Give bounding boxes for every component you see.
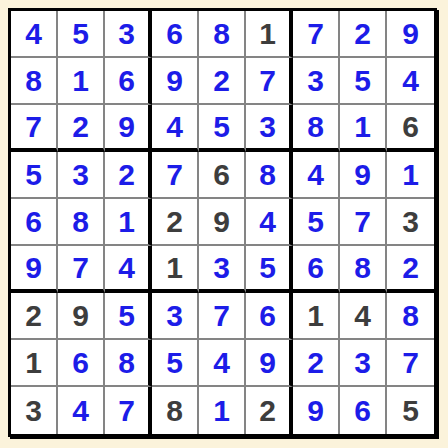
cell-r7c3[interactable]: 5	[105, 293, 152, 340]
cell-r9c2[interactable]: 4	[58, 387, 105, 434]
cell-r2c1[interactable]: 8	[11, 58, 58, 105]
cell-r4c6[interactable]: 8	[246, 152, 293, 199]
cell-r5c7[interactable]: 5	[293, 199, 340, 246]
cell-r2c6[interactable]: 7	[246, 58, 293, 105]
cell-r7c2[interactable]: 9	[58, 293, 105, 340]
cell-r4c1[interactable]: 5	[11, 152, 58, 199]
cell-r9c3[interactable]: 7	[105, 387, 152, 434]
cell-r9c7[interactable]: 9	[293, 387, 340, 434]
cell-r4c2[interactable]: 3	[58, 152, 105, 199]
cell-r5c8[interactable]: 7	[340, 199, 387, 246]
cell-r2c4[interactable]: 9	[152, 58, 199, 105]
cell-r3c6[interactable]: 3	[246, 105, 293, 152]
cell-r2c8[interactable]: 5	[340, 58, 387, 105]
cell-r3c9[interactable]: 6	[387, 105, 434, 152]
cell-r6c1[interactable]: 9	[11, 246, 58, 293]
cell-r2c2[interactable]: 1	[58, 58, 105, 105]
cell-r5c2[interactable]: 8	[58, 199, 105, 246]
cell-r8c9[interactable]: 7	[387, 340, 434, 387]
cell-r6c8[interactable]: 8	[340, 246, 387, 293]
cell-r3c7[interactable]: 8	[293, 105, 340, 152]
cell-r3c2[interactable]: 2	[58, 105, 105, 152]
cell-r1c3[interactable]: 3	[105, 11, 152, 58]
cell-r5c4[interactable]: 2	[152, 199, 199, 246]
cell-r7c4[interactable]: 3	[152, 293, 199, 340]
cell-r5c6[interactable]: 4	[246, 199, 293, 246]
cell-r8c4[interactable]: 5	[152, 340, 199, 387]
cell-r3c3[interactable]: 9	[105, 105, 152, 152]
cell-r2c7[interactable]: 3	[293, 58, 340, 105]
cell-r8c2[interactable]: 6	[58, 340, 105, 387]
cell-r9c6[interactable]: 2	[246, 387, 293, 434]
cell-r6c9[interactable]: 2	[387, 246, 434, 293]
cell-r7c5[interactable]: 7	[199, 293, 246, 340]
cell-r2c9[interactable]: 4	[387, 58, 434, 105]
cell-r7c6[interactable]: 6	[246, 293, 293, 340]
cell-r4c4[interactable]: 7	[152, 152, 199, 199]
cell-r9c1[interactable]: 3	[11, 387, 58, 434]
cell-r7c1[interactable]: 2	[11, 293, 58, 340]
cell-r6c5[interactable]: 3	[199, 246, 246, 293]
cell-r4c5[interactable]: 6	[199, 152, 246, 199]
cell-r1c8[interactable]: 2	[340, 11, 387, 58]
cell-r8c3[interactable]: 8	[105, 340, 152, 387]
cell-r8c1[interactable]: 1	[11, 340, 58, 387]
cell-r1c2[interactable]: 5	[58, 11, 105, 58]
cell-r1c4[interactable]: 6	[152, 11, 199, 58]
cell-r1c5[interactable]: 8	[199, 11, 246, 58]
cell-r4c9[interactable]: 1	[387, 152, 434, 199]
cell-r4c7[interactable]: 4	[293, 152, 340, 199]
cell-r9c4[interactable]: 8	[152, 387, 199, 434]
cell-r8c8[interactable]: 3	[340, 340, 387, 387]
cell-r3c8[interactable]: 1	[340, 105, 387, 152]
cell-r6c6[interactable]: 5	[246, 246, 293, 293]
cell-r1c6[interactable]: 1	[246, 11, 293, 58]
cell-r8c5[interactable]: 4	[199, 340, 246, 387]
cell-r1c9[interactable]: 9	[387, 11, 434, 58]
cell-r1c7[interactable]: 7	[293, 11, 340, 58]
cell-r7c7[interactable]: 1	[293, 293, 340, 340]
cell-r5c1[interactable]: 6	[11, 199, 58, 246]
cell-r4c3[interactable]: 2	[105, 152, 152, 199]
cell-r8c7[interactable]: 2	[293, 340, 340, 387]
cell-r6c7[interactable]: 6	[293, 246, 340, 293]
cell-r6c4[interactable]: 1	[152, 246, 199, 293]
cell-r2c3[interactable]: 6	[105, 58, 152, 105]
cell-r3c5[interactable]: 5	[199, 105, 246, 152]
cell-r4c8[interactable]: 9	[340, 152, 387, 199]
cell-r5c3[interactable]: 1	[105, 199, 152, 246]
cell-r6c2[interactable]: 7	[58, 246, 105, 293]
cell-r9c5[interactable]: 1	[199, 387, 246, 434]
cell-r1c1[interactable]: 4	[11, 11, 58, 58]
cell-r9c8[interactable]: 6	[340, 387, 387, 434]
cell-r6c3[interactable]: 4	[105, 246, 152, 293]
sudoku-board: 4536817298169273547294538165327684916812…	[8, 8, 437, 437]
cell-r3c4[interactable]: 4	[152, 105, 199, 152]
cell-r5c5[interactable]: 9	[199, 199, 246, 246]
cell-r2c5[interactable]: 2	[199, 58, 246, 105]
cell-r9c9[interactable]: 5	[387, 387, 434, 434]
cell-r7c8[interactable]: 4	[340, 293, 387, 340]
cell-r3c1[interactable]: 7	[11, 105, 58, 152]
cell-r7c9[interactable]: 8	[387, 293, 434, 340]
cell-r8c6[interactable]: 9	[246, 340, 293, 387]
app-background: 4536817298169273547294538165327684916812…	[0, 0, 448, 448]
cell-r5c9[interactable]: 3	[387, 199, 434, 246]
